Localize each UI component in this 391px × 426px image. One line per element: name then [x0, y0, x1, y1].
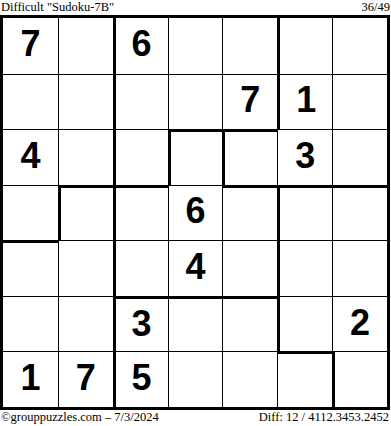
- cell-r1c2[interactable]: [58, 18, 113, 74]
- cell-r5c7[interactable]: [332, 240, 387, 296]
- given-digit-r2c6[interactable]: 1: [277, 74, 332, 130]
- cell-r4c6[interactable]: [277, 185, 332, 241]
- copyright-text: ©grouppuzzles.com – 7/3/2024: [1, 411, 159, 424]
- given-digit-r7c1[interactable]: 1: [3, 351, 58, 407]
- cell-r7c7[interactable]: [332, 351, 387, 407]
- puzzle-page: Difficult "Sudoku-7B" 36/49 767143643217…: [0, 0, 391, 426]
- given-digit-r1c1[interactable]: 7: [3, 18, 58, 74]
- cell-r5c1[interactable]: [3, 240, 58, 296]
- cell-r6c2[interactable]: [58, 296, 113, 352]
- cell-r7c5[interactable]: [222, 351, 277, 407]
- cell-r3c2[interactable]: [58, 129, 113, 185]
- cell-r1c6[interactable]: [277, 18, 332, 74]
- cell-r7c4[interactable]: [168, 351, 223, 407]
- given-digit-r5c4[interactable]: 4: [168, 240, 223, 296]
- cell-r3c4[interactable]: [168, 129, 223, 185]
- cell-r3c5[interactable]: [222, 129, 277, 185]
- cell-r5c3[interactable]: [113, 240, 168, 296]
- given-digit-r4c4[interactable]: 6: [168, 185, 223, 241]
- cell-r7c6[interactable]: [277, 351, 332, 407]
- cell-r6c4[interactable]: [168, 296, 223, 352]
- given-digit-r7c2[interactable]: 7: [58, 351, 113, 407]
- cell-r2c3[interactable]: [113, 74, 168, 130]
- given-digit-r6c7[interactable]: 2: [332, 296, 387, 352]
- given-digit-r1c3[interactable]: 6: [113, 18, 168, 74]
- sudoku-board: 7671436432175: [0, 15, 390, 410]
- cell-r5c6[interactable]: [277, 240, 332, 296]
- footer: ©grouppuzzles.com – 7/3/2024 Diff: 12 / …: [0, 410, 391, 424]
- given-digit-r7c3[interactable]: 5: [113, 351, 168, 407]
- cell-r6c1[interactable]: [3, 296, 58, 352]
- cell-r4c7[interactable]: [332, 185, 387, 241]
- cell-r1c7[interactable]: [332, 18, 387, 74]
- given-digit-r6c3[interactable]: 3: [113, 296, 168, 352]
- cell-r3c3[interactable]: [113, 129, 168, 185]
- cell-r4c2[interactable]: [58, 185, 113, 241]
- cell-r5c5[interactable]: [222, 240, 277, 296]
- cell-r2c1[interactable]: [3, 74, 58, 130]
- puzzle-title: Difficult "Sudoku-7B": [1, 1, 114, 14]
- cell-r4c5[interactable]: [222, 185, 277, 241]
- empty-cell-counter: 36/49: [362, 1, 390, 14]
- difficulty-text: Diff: 12 / 4112.3453.2452: [259, 411, 389, 424]
- cell-r5c2[interactable]: [58, 240, 113, 296]
- cell-r3c7[interactable]: [332, 129, 387, 185]
- given-digit-r3c1[interactable]: 4: [3, 129, 58, 185]
- cell-r4c1[interactable]: [3, 185, 58, 241]
- cell-r6c5[interactable]: [222, 296, 277, 352]
- cell-r1c4[interactable]: [168, 18, 223, 74]
- cell-r1c5[interactable]: [222, 18, 277, 74]
- cell-r4c3[interactable]: [113, 185, 168, 241]
- cell-r2c2[interactable]: [58, 74, 113, 130]
- given-digit-r2c5[interactable]: 7: [222, 74, 277, 130]
- cell-r6c6[interactable]: [277, 296, 332, 352]
- given-digit-r3c6[interactable]: 3: [277, 129, 332, 185]
- header: Difficult "Sudoku-7B" 36/49: [0, 0, 391, 15]
- cell-r2c7[interactable]: [332, 74, 387, 130]
- cell-r2c4[interactable]: [168, 74, 223, 130]
